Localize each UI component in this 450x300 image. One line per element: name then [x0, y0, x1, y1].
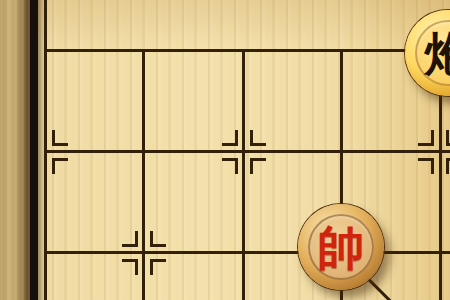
board-left-margin: [0, 0, 30, 300]
marker-corner: [150, 259, 166, 275]
grid-line-file-c: [242, 49, 245, 300]
grid-line-rank-6: [44, 49, 450, 52]
piece-face: 炮: [415, 20, 450, 86]
marker-corner: [222, 158, 238, 174]
marker-corner: [122, 259, 138, 275]
piece-red-general-d8[interactable]: 帥: [298, 204, 384, 290]
piece-face: 帥: [308, 214, 374, 280]
marker-corner: [418, 158, 434, 174]
red-general-glyph: 帥: [318, 224, 365, 271]
marker-corner: [52, 130, 68, 146]
marker-corner: [250, 130, 266, 146]
marker-corner: [446, 130, 450, 146]
xiangqi-board[interactable]: 帥 炮: [0, 0, 450, 300]
grid-line-file-b: [142, 49, 145, 300]
marker-corner: [222, 130, 238, 146]
board-outer-border: [30, 0, 38, 300]
marker-corner: [446, 158, 450, 174]
black-cannon-glyph: 炮: [425, 30, 450, 77]
marker-corner: [150, 231, 166, 247]
marker-corner: [52, 158, 68, 174]
marker-corner: [418, 130, 434, 146]
grid-line-rank-8: [44, 251, 450, 254]
marker-corner: [122, 231, 138, 247]
grid-line-rank-7: [44, 150, 450, 153]
marker-corner: [250, 158, 266, 174]
